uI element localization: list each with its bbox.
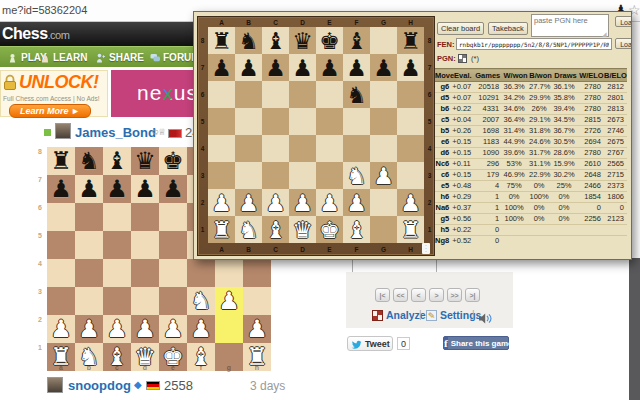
column-header[interactable]: W/won — [502, 69, 529, 82]
cell: 1698 — [473, 126, 502, 137]
square-d6[interactable] — [131, 203, 159, 231]
piece-white-bishop: ♝ — [103, 343, 131, 372]
cell: +0.37 — [452, 203, 473, 214]
load-fen-button[interactable]: Load — [615, 38, 632, 49]
square-f6[interactable]: ♞ — [343, 81, 370, 108]
cell: 34.5% — [552, 115, 579, 126]
square-c8[interactable]: ♝ — [262, 27, 289, 54]
piece-white-pawn: ♟ — [208, 189, 235, 217]
square-e4[interactable] — [316, 135, 343, 162]
cell: 2373 — [604, 181, 627, 192]
flag-icon — [168, 129, 182, 138]
square-b7[interactable]: ♟ — [235, 54, 262, 81]
square-e7[interactable]: ♟ — [316, 54, 343, 81]
cell: 39.6% — [502, 148, 529, 159]
square-g3[interactable]: ♟ — [215, 287, 243, 315]
square-h1[interactable]: ♜h — [243, 343, 271, 371]
cell: +0.22 — [452, 225, 473, 236]
cell: 2675 — [604, 137, 627, 148]
square-b1[interactable]: ♞b — [75, 343, 103, 371]
piece-white-bishop: ♝ — [262, 216, 289, 244]
move-nav-first-button[interactable]: |< — [375, 288, 390, 302]
cell: d6 — [435, 148, 452, 159]
cell: 36.4% — [502, 115, 529, 126]
square-c7[interactable]: ♟ — [103, 175, 131, 203]
square-f2[interactable]: ♟ — [187, 315, 215, 343]
square-c4[interactable] — [103, 259, 131, 287]
square-c2[interactable]: ♟ — [262, 189, 289, 216]
facebook-share-button[interactable]: f Share this game — [443, 336, 509, 350]
cell: 179 — [473, 170, 502, 181]
resize-grip-icon[interactable]: ∙∙∙ — [422, 243, 430, 254]
cell: b6 — [435, 104, 452, 115]
settings-pencil-icon: ✎ — [426, 310, 437, 321]
square-d7[interactable]: ♟ — [289, 54, 316, 81]
piece-white-rook: ♜ — [208, 216, 235, 244]
cell: 36.7% — [552, 126, 579, 137]
square-c7[interactable]: ♟ — [262, 54, 289, 81]
square-e2[interactable]: ♟ — [159, 315, 187, 343]
move-nav-forward-button[interactable]: > — [429, 288, 444, 302]
piece-white-pawn: ♟ — [262, 189, 289, 217]
square-a4[interactable] — [208, 135, 235, 162]
square-b5[interactable] — [235, 108, 262, 135]
cell: +0.48 — [452, 181, 473, 192]
square-a3[interactable] — [208, 162, 235, 189]
piece-black-rook: ♜ — [47, 147, 75, 176]
cell: 1854 — [579, 192, 604, 203]
square-d2[interactable]: ♟ — [131, 315, 159, 343]
square-e1[interactable]: ♚ — [316, 216, 343, 243]
square-f8[interactable]: ♝ — [343, 27, 370, 54]
explorer-move-row[interactable]: Ng8+0.520 — [435, 236, 627, 247]
square-e3[interactable] — [316, 162, 343, 189]
piece-black-pawn: ♟ — [370, 54, 397, 82]
square-e8[interactable]: ♚ — [159, 147, 187, 175]
sound-toggle-icon[interactable] — [479, 310, 492, 328]
explorer-move-row[interactable]: h5+0.220 — [435, 225, 627, 236]
cell: Nc6 — [435, 159, 452, 170]
square-c3[interactable] — [262, 162, 289, 189]
square-e2[interactable]: ♟ — [316, 189, 343, 216]
cell: 36.1% — [552, 82, 579, 93]
explorer-move-row[interactable]: Nc6+0.1129653%31.1%15.9%26102565 — [435, 159, 627, 170]
piece-black-pawn: ♟ — [316, 54, 343, 82]
cell: +0.07 — [452, 82, 473, 93]
piece-white-pawn: ♟ — [289, 189, 316, 217]
square-e7[interactable]: ♟ — [159, 175, 187, 203]
square-b1[interactable]: ♞ — [235, 216, 262, 243]
explorer-move-row[interactable]: g6+0.072051836.3%27.7%36.1%27802812 — [435, 82, 627, 93]
clear-board-button[interactable]: Clear board — [437, 22, 484, 35]
explorer-move-row[interactable]: e6+0.15118344.9%24.6%30.5%26942675 — [435, 137, 627, 148]
cell — [502, 236, 529, 247]
square-f4[interactable] — [343, 135, 370, 162]
column-header[interactable]: B/won — [529, 69, 552, 82]
fen-label: FEN: — [437, 40, 455, 49]
explorer-move-row[interactable]: h6+0.2910%100%0%18541806 — [435, 192, 627, 203]
cell: 1 — [473, 214, 502, 225]
cell: 2780 — [579, 82, 604, 93]
square-a2[interactable]: ♟ — [208, 189, 235, 216]
square-d5[interactable] — [289, 108, 316, 135]
square-f4[interactable] — [187, 259, 215, 287]
unlock-ad[interactable]: UNLOCK! Full Chess.com Access | No Ads! … — [0, 70, 108, 117]
explorer-move-row[interactable]: c5+0.04200736.4%29.1%34.5%28152673 — [435, 115, 627, 126]
cell: 4331 — [473, 104, 502, 115]
square-c4[interactable] — [262, 135, 289, 162]
cell: 2746 — [604, 126, 627, 137]
cell: +0.26 — [452, 126, 473, 137]
square-h3[interactable] — [397, 162, 424, 189]
file-labels-top: ABCDEFGH — [208, 18, 424, 27]
square-e8[interactable]: ♚ — [316, 27, 343, 54]
square-b2[interactable]: ♟ — [235, 189, 262, 216]
cell: 26% — [529, 104, 552, 115]
piece-white-queen: ♛ — [289, 216, 316, 244]
learn-more-button[interactable]: Learn More ► — [9, 104, 91, 118]
column-header[interactable]: Draws — [552, 69, 579, 82]
square-c3[interactable] — [103, 287, 131, 315]
square-a8[interactable]: ♜8 — [47, 147, 75, 175]
column-header[interactable]: W/ELO — [579, 69, 604, 82]
square-f1[interactable]: ♝ — [343, 216, 370, 243]
cell: 25% — [552, 181, 579, 192]
cell: 2815 — [579, 115, 604, 126]
square-d1[interactable]: ♛ — [289, 216, 316, 243]
cell — [552, 225, 579, 236]
cell: 1090 — [473, 148, 502, 159]
square-h8[interactable]: ♜ — [397, 27, 424, 54]
piece-white-pawn: ♟ — [159, 315, 187, 344]
square-b2[interactable]: ♟ — [75, 315, 103, 343]
cell: 36.3% — [502, 82, 529, 93]
square-d3[interactable] — [131, 287, 159, 315]
column-header[interactable]: Games — [473, 69, 502, 82]
table-header-row: MoveEval.GamesW/wonB/wonDrawsW/ELOB/ELO — [435, 69, 627, 82]
cell: 0 — [473, 236, 502, 247]
square-c1[interactable]: ♝c — [103, 343, 131, 371]
cell: +0.15 — [452, 137, 473, 148]
square-b4[interactable] — [75, 259, 103, 287]
pgn-board-icon[interactable] — [458, 54, 467, 63]
diamond-member-icon: ◆ — [134, 379, 142, 390]
square-a7[interactable]: ♟ — [208, 54, 235, 81]
membership-icon: ♔♕ — [151, 127, 165, 137]
square-h5[interactable] — [397, 108, 424, 135]
cell: 15.9% — [552, 159, 579, 170]
cell — [579, 225, 604, 236]
cell: 22.9% — [529, 170, 552, 181]
square-g6[interactable] — [370, 81, 397, 108]
cell: 44.9% — [502, 137, 529, 148]
square-g5[interactable] — [370, 108, 397, 135]
piece-white-knight: ♞ — [75, 343, 103, 372]
unlock-subtitle: Full Chess.com Access | No Ads! — [3, 95, 100, 102]
square-g4[interactable] — [215, 259, 243, 287]
square-e4[interactable] — [159, 259, 187, 287]
piece-white-knight: ♞ — [343, 162, 370, 190]
piece-white-knight: ♞ — [187, 287, 215, 316]
cell: 31.4% — [502, 126, 529, 137]
square-e1[interactable]: ♚e — [159, 343, 187, 371]
cell: 2565 — [604, 159, 627, 170]
square-c5[interactable] — [103, 231, 131, 259]
piece-white-pawn: ♟ — [370, 162, 397, 190]
move-nav-fast-forward-button[interactable]: >> — [447, 288, 462, 302]
square-a5[interactable] — [208, 108, 235, 135]
square-c2[interactable]: ♟ — [103, 315, 131, 343]
avatar — [55, 123, 71, 139]
piece-black-queen: ♛ — [131, 147, 159, 176]
popup-chess-board[interactable]: ♜♞♝♛♚♝♜♟♟♟♟♟♟♟♟♞♞♟♟♟♟♟♟♟♟♜♞♝♛♚♝♜ — [208, 27, 424, 243]
cell: 2780 — [579, 148, 604, 159]
piece-black-rook: ♜ — [397, 27, 424, 55]
nav-item-learn[interactable]: LEARN — [40, 51, 87, 64]
cell: 1 — [473, 203, 502, 214]
square-a6[interactable]: 6 — [47, 203, 75, 231]
square-d7[interactable]: ♟ — [131, 175, 159, 203]
piece-white-pawn: ♟ — [75, 315, 103, 344]
piece-white-pawn: ♟ — [215, 287, 243, 316]
square-a3[interactable]: 3 — [47, 287, 75, 315]
twitter-bird-icon — [351, 335, 362, 353]
cell: e6 — [435, 137, 452, 148]
explorer-move-row[interactable]: d6+0.15109039.6%31.7%28.6%27802767 — [435, 148, 627, 159]
square-a5[interactable]: 5 — [47, 231, 75, 259]
square-d8[interactable]: ♛ — [131, 147, 159, 175]
square-b8[interactable]: ♞ — [75, 147, 103, 175]
piece-black-pawn: ♟ — [208, 54, 235, 82]
square-b4[interactable] — [235, 135, 262, 162]
square-d4[interactable] — [289, 135, 316, 162]
piece-white-rook: ♜ — [47, 343, 75, 372]
square-d6[interactable] — [289, 81, 316, 108]
cell: 2694 — [579, 137, 604, 148]
square-a1[interactable]: ♜ — [208, 216, 235, 243]
square-h3[interactable] — [243, 287, 271, 315]
square-a8[interactable]: ♜ — [208, 27, 235, 54]
square-f3[interactable]: ♞ — [343, 162, 370, 189]
cell: h6 — [435, 192, 452, 203]
square-g3[interactable]: ♟ — [370, 162, 397, 189]
piece-white-bishop: ♝ — [343, 216, 370, 244]
square-h2[interactable]: ♟ — [243, 315, 271, 343]
avatar — [47, 377, 63, 393]
square-b3[interactable] — [75, 287, 103, 315]
column-header[interactable]: Eval. — [452, 69, 473, 82]
piece-black-pawn: ♟ — [103, 175, 131, 204]
cell — [502, 225, 529, 236]
piece-black-pawn: ♟ — [235, 54, 262, 82]
square-a7[interactable]: ♟7 — [47, 175, 75, 203]
square-h6[interactable] — [397, 81, 424, 108]
move-nav-last-button[interactable]: >| — [465, 288, 480, 302]
learn-icon — [40, 53, 50, 63]
explorer-move-row[interactable]: b6+0.22433134.6%26%39.4%27802813 — [435, 104, 627, 115]
cell — [529, 236, 552, 247]
cell: 28.6% — [552, 148, 579, 159]
cell: 1806 — [604, 192, 627, 203]
cell: 2648 — [579, 170, 604, 181]
square-b6[interactable] — [75, 203, 103, 231]
cell — [579, 236, 604, 247]
takeback-button[interactable]: Takeback — [488, 22, 528, 35]
square-b6[interactable] — [235, 81, 262, 108]
time-remaining: 3 days — [250, 379, 285, 393]
cell: +0.07 — [452, 93, 473, 104]
cell: +0.15 — [452, 148, 473, 159]
square-d1[interactable]: ♛d — [131, 343, 159, 371]
cell: 20518 — [473, 82, 502, 93]
cell: 30.5% — [552, 137, 579, 148]
cell: 2812 — [604, 82, 627, 93]
page-background-corner — [629, 258, 640, 400]
cell: 27.7% — [529, 82, 552, 93]
player-rating-bottom: 2558 — [164, 378, 193, 393]
chesscom-logo[interactable]: Chess.com — [2, 25, 69, 43]
divider: | — [472, 309, 475, 320]
column-header[interactable]: Move — [435, 69, 452, 82]
explorer-move-row[interactable]: c6+0.1517946.9%22.9%30.2%26482715 — [435, 170, 627, 181]
unlock-title: UNLOCK! — [19, 72, 99, 93]
square-c8[interactable]: ♝ — [103, 147, 131, 175]
forums-icon — [150, 53, 160, 63]
move-nav-back-button[interactable]: < — [411, 288, 426, 302]
cell: g6 — [435, 82, 452, 93]
fen-input[interactable] — [456, 38, 612, 50]
square-h1[interactable]: ♜ — [397, 216, 424, 243]
pgn-paste-input[interactable] — [531, 14, 609, 37]
cell: +0.15 — [452, 170, 473, 181]
square-f5[interactable] — [343, 108, 370, 135]
cell: 2256 — [579, 214, 604, 225]
square-b5[interactable] — [75, 231, 103, 259]
rank-labels-right: 87654321 — [425, 27, 434, 243]
explorer-move-row[interactable]: d5+0.071029134.2%29.9%35.8%27802801 — [435, 93, 627, 104]
piece-white-knight: ♞ — [235, 216, 262, 244]
square-g1[interactable]: g — [215, 343, 243, 371]
player-name-top[interactable]: James_Bond — [75, 125, 156, 140]
cell: 2767 — [604, 148, 627, 159]
cell: 34.6% — [502, 104, 529, 115]
square-a6[interactable] — [208, 81, 235, 108]
square-h4[interactable] — [397, 135, 424, 162]
square-e5[interactable] — [159, 231, 187, 259]
square-d8[interactable]: ♛ — [289, 27, 316, 54]
cell: 1 — [473, 192, 502, 203]
textarea-resize-icon: ◢ — [602, 30, 607, 37]
url-text[interactable]: me?id=58362204 — [2, 4, 87, 16]
square-b8[interactable]: ♞ — [235, 27, 262, 54]
square-e6[interactable] — [159, 203, 187, 231]
square-g2[interactable] — [215, 315, 243, 343]
square-f1[interactable]: ♝f — [187, 343, 215, 371]
square-b3[interactable] — [235, 162, 262, 189]
padlock-icon — [3, 74, 17, 95]
move-nav-fast-back-button[interactable]: << — [393, 288, 408, 302]
square-e5[interactable] — [316, 108, 343, 135]
square-d3[interactable] — [289, 162, 316, 189]
cell: 2007 — [473, 115, 502, 126]
square-a2[interactable]: ♟2 — [47, 315, 75, 343]
square-f7[interactable]: ♟ — [343, 54, 370, 81]
square-e3[interactable] — [159, 287, 187, 315]
cell: 100% — [502, 203, 529, 214]
opening-explorer-popup: ABCDEFGH ABCDEFGH 87654321 87654321 ♜♞♝♛… — [193, 11, 632, 260]
square-c6[interactable] — [103, 203, 131, 231]
cell: 39.4% — [552, 104, 579, 115]
cell: c5 — [435, 115, 452, 126]
pgn-note: (*) — [471, 54, 479, 63]
cell: 2673 — [604, 115, 627, 126]
piece-black-pawn: ♟ — [75, 175, 103, 204]
square-h2[interactable]: ♟ — [397, 189, 424, 216]
square-h4[interactable] — [243, 259, 271, 287]
square-a1[interactable]: ♜1a — [47, 343, 75, 371]
cell: 0% — [529, 214, 552, 225]
square-g1[interactable] — [370, 216, 397, 243]
square-a4[interactable]: 4 — [47, 259, 75, 287]
explorer-move-row[interactable]: e5+0.48475%0%25%24662373 — [435, 181, 627, 192]
square-d5[interactable] — [131, 231, 159, 259]
square-b7[interactable]: ♟ — [75, 175, 103, 203]
analyze-board-icon — [372, 310, 383, 321]
square-c6[interactable] — [262, 81, 289, 108]
cell: 2466 — [579, 181, 604, 192]
square-d2[interactable]: ♟ — [289, 189, 316, 216]
cell: 4 — [473, 181, 502, 192]
play-icon — [8, 53, 18, 63]
cell: c6 — [435, 170, 452, 181]
player-name-bottom[interactable]: snoopdog — [68, 378, 131, 393]
cell: 53% — [502, 159, 529, 170]
tweet-label: Tweet — [365, 339, 390, 349]
explorer-move-row[interactable]: Na6+0.371100%0%0%00 — [435, 203, 627, 214]
column-header[interactable]: B/ELO — [604, 69, 627, 82]
square-e6[interactable] — [316, 81, 343, 108]
square-g4[interactable] — [370, 135, 397, 162]
square-h7[interactable]: ♟ — [397, 54, 424, 81]
square-c5[interactable] — [262, 108, 289, 135]
cell: 2726 — [579, 126, 604, 137]
nav-item-share[interactable]: SHARE — [96, 51, 144, 64]
share-label: Share this game — [448, 339, 513, 348]
square-g8[interactable] — [370, 27, 397, 54]
piece-black-pawn: ♟ — [47, 175, 75, 204]
settings-link[interactable]: Settings — [440, 309, 481, 321]
piece-black-rook: ♜ — [208, 27, 235, 55]
square-c1[interactable]: ♝ — [262, 216, 289, 243]
square-d4[interactable] — [131, 259, 159, 287]
load-pgn-button[interactable]: Load — [615, 16, 632, 27]
cell: +0.52 — [452, 236, 473, 247]
piece-white-pawn: ♟ — [187, 315, 215, 344]
square-g7[interactable]: ♟ — [370, 54, 397, 81]
explorer-move-row[interactable]: g5+0.561100%0%0%22562123 — [435, 214, 627, 225]
tweet-button[interactable]: Tweet — [347, 336, 393, 351]
cell: 0% — [502, 192, 529, 203]
square-g2[interactable] — [370, 189, 397, 216]
cell: +0.22 — [452, 104, 473, 115]
square-f2[interactable]: ♟ — [343, 189, 370, 216]
explorer-move-row[interactable]: b5+0.26169831.4%31.8%36.7%27262746 — [435, 126, 627, 137]
square-f3[interactable]: ♞ — [187, 287, 215, 315]
cell: 296 — [473, 159, 502, 170]
cell: 34.2% — [502, 93, 529, 104]
piece-white-rook: ♜ — [397, 216, 424, 244]
piece-black-pawn: ♟ — [262, 54, 289, 82]
